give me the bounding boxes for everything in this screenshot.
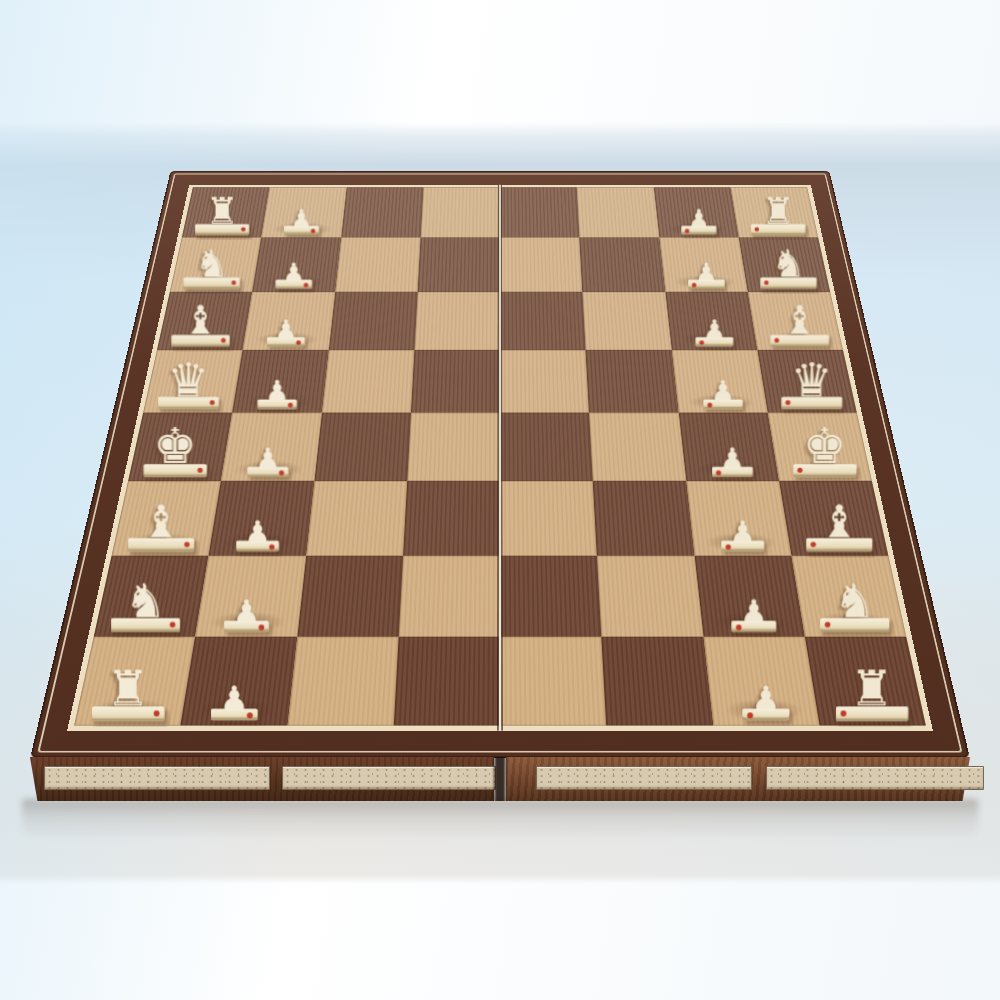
square-c1: ♝: [157, 292, 252, 350]
bone-inlay-panel: [282, 766, 496, 790]
piece-shadow: [775, 393, 846, 410]
square-h6: [602, 637, 713, 726]
square-f1: ♝: [112, 481, 221, 555]
chess-piece-glyph: ♟: [265, 379, 289, 404]
square-f6: [593, 481, 694, 555]
chess-piece-glyph: ♛: [167, 358, 209, 401]
chess-piece-glyph: ♞: [124, 580, 166, 623]
piece-shadow: [107, 611, 188, 633]
chess-piece-glyph: ♝: [183, 303, 218, 339]
piece-shadow: [124, 532, 201, 552]
hinge-gap: [492, 757, 508, 801]
piece-shadow: [208, 611, 288, 633]
piece-shadow: [687, 393, 757, 410]
square-d1: ♛: [143, 350, 243, 413]
square-f5: [500, 481, 597, 555]
square-c7: ♟: [665, 292, 757, 350]
piece-shadow: [746, 222, 809, 235]
square-f4: [403, 481, 500, 555]
square-e2: ♟: [221, 413, 322, 481]
square-e1: ♚: [128, 413, 232, 481]
square-g4: [398, 555, 500, 636]
square-c4: [414, 292, 500, 350]
piece-shadow: [813, 611, 894, 633]
piece-shadow: [673, 275, 737, 289]
square-c2: ♟: [243, 292, 335, 350]
square-e5: [500, 413, 593, 481]
table-shadow: [22, 799, 978, 839]
piece-shadow: [722, 698, 806, 722]
chess-piece-glyph: ♝: [782, 303, 817, 339]
square-c6: [583, 292, 672, 350]
piece-shadow: [755, 275, 820, 289]
square-b7: ♟: [659, 238, 747, 292]
square-e7: ♟: [678, 413, 779, 481]
square-d8: ♛: [757, 350, 857, 413]
chess-piece-glyph: ♞: [834, 580, 876, 623]
square-g5: [500, 555, 602, 636]
square-f7: ♟: [686, 481, 791, 555]
square-b1: ♞: [170, 238, 261, 292]
square-h8: ♜: [805, 637, 926, 726]
photo-scene: ♜♟♟♜♞♟♟♞♝♟♟♝♛♟♟♛♚♟♟♚♝♟♟♝♞♟♟♞♜♟♟♜: [0, 0, 1000, 1000]
piece-shadow: [712, 611, 792, 633]
square-g2: ♟: [195, 555, 306, 636]
square-c3: [329, 292, 418, 350]
piece-shadow: [680, 332, 747, 348]
square-e8: ♚: [768, 413, 872, 481]
square-a5: [500, 187, 580, 237]
piece-shadow: [263, 275, 327, 289]
square-a6: [577, 187, 659, 237]
square-e6: [589, 413, 686, 481]
square-d5: [500, 350, 589, 413]
square-d4: [411, 350, 500, 413]
square-d6: [586, 350, 679, 413]
square-e4: [407, 413, 500, 481]
piece-shadow: [168, 332, 236, 348]
square-a1: ♜: [182, 187, 270, 237]
piece-shadow: [243, 393, 313, 410]
piece-shadow: [799, 532, 876, 552]
piece-shadow: [233, 460, 306, 478]
piece-shadow: [667, 222, 729, 235]
square-a3: [341, 187, 423, 237]
square-b6: [580, 238, 666, 292]
piece-shadow: [221, 532, 297, 552]
base-red-dot: [747, 713, 753, 719]
piece-shadow: [192, 222, 255, 235]
base-red-dot: [247, 713, 253, 719]
square-b3: [335, 238, 421, 292]
square-h2: ♟: [181, 637, 297, 726]
square-f2: ♟: [209, 481, 314, 555]
square-f3: [306, 481, 407, 555]
square-a8: ♜: [730, 187, 818, 237]
piece-shadow: [140, 460, 214, 478]
bone-inlay-panel: [766, 766, 984, 790]
square-b5: [500, 238, 583, 292]
square-f8: ♝: [779, 481, 888, 555]
piece-shadow: [194, 698, 278, 722]
square-c5: [500, 292, 586, 350]
piece-shadow: [695, 460, 768, 478]
square-d3: [322, 350, 415, 413]
box-front-edge: [30, 757, 970, 801]
square-c8: ♝: [748, 292, 843, 350]
square-d7: ♟: [671, 350, 767, 413]
bone-inlay-panel: [44, 766, 270, 790]
square-g8: ♞: [791, 555, 906, 636]
piece-shadow: [180, 275, 245, 289]
piece-shadow: [764, 332, 832, 348]
square-h5: [500, 637, 606, 726]
piece-shadow: [271, 222, 333, 235]
square-b4: [417, 238, 500, 292]
square-g3: [297, 555, 403, 636]
square-h3: [287, 637, 398, 726]
chessboard: ♜♟♟♜♞♟♟♞♝♟♟♝♛♟♟♛♚♟♟♚♝♟♟♝♞♟♟♞♜♟♟♜: [30, 171, 970, 758]
hinge-seam: [497, 185, 503, 731]
square-b8: ♞: [739, 238, 830, 292]
board-perspective-wrap: ♜♟♟♜♞♟♟♞♝♟♟♝♛♟♟♛♚♟♟♚♝♟♟♝♞♟♟♞♜♟♟♜: [30, 0, 970, 758]
piece-shadow: [154, 393, 225, 410]
piece-shadow: [253, 332, 320, 348]
bone-inlay-panel: [536, 766, 752, 790]
piece-shadow: [786, 460, 860, 478]
piece-shadow: [703, 532, 779, 552]
square-a7: ♟: [654, 187, 739, 237]
square-g1: ♞: [94, 555, 209, 636]
square-g6: [597, 555, 703, 636]
square-d2: ♟: [232, 350, 328, 413]
chess-piece-glyph: ♟: [710, 379, 734, 404]
square-a4: [420, 187, 500, 237]
square-h4: [394, 637, 500, 726]
piece-shadow: [88, 698, 173, 722]
square-b2: ♟: [252, 238, 340, 292]
square-g7: ♟: [694, 555, 805, 636]
square-a2: ♟: [261, 187, 346, 237]
piece-shadow: [827, 698, 912, 722]
chessboard-squares: ♜♟♟♜♞♟♟♞♝♟♟♝♛♟♟♛♚♟♟♚♝♟♟♝♞♟♟♞♜♟♟♜: [67, 185, 933, 731]
square-h1: ♜: [74, 637, 195, 726]
square-e3: [314, 413, 411, 481]
chess-piece-glyph: ♛: [791, 358, 833, 401]
square-h7: ♟: [703, 637, 819, 726]
